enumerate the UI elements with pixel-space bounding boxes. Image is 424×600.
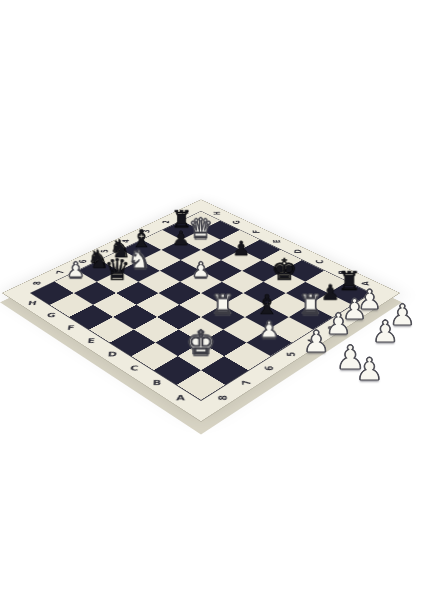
file-label: H [208, 207, 226, 220]
captured-white-pawn[interactable]: ♟ [358, 286, 382, 313]
captured-white-pawn[interactable]: ♟ [356, 354, 384, 385]
piece-wP-e4[interactable]: ♟ [184, 253, 217, 286]
product-photo-scene: ABCDEFGH ABCDEFGH 87654321 87654321 ♚♟♛♞… [0, 0, 424, 600]
file-label: D [287, 244, 308, 258]
piece-wP-a5[interactable]: ♟ [251, 312, 287, 348]
rank-label: 3 [132, 227, 160, 236]
piece-bQ-g6[interactable]: ♛ [101, 253, 134, 286]
piece-wR-a3[interactable]: ♜ [293, 287, 328, 322]
rank-label: 8 [20, 278, 52, 289]
piece-wK-b7[interactable]: ♚ [182, 325, 219, 362]
file-label: G [227, 216, 246, 229]
piece-bP-g3[interactable]: ♟ [165, 223, 197, 255]
rank-label: 7 [44, 267, 75, 277]
rank-label: 5 [89, 246, 119, 256]
captured-white-pawn[interactable]: ♟ [390, 301, 416, 330]
rank-label: 4 [111, 236, 140, 245]
rank-label: 2 [152, 218, 179, 227]
file-label: E [266, 234, 286, 248]
board-grid: ♚♟♛♞♟♜♞♞♝♟♝♜♟♟♚♟♛♜♜ [31, 212, 370, 400]
rank-label: 6 [67, 256, 97, 266]
piece-wR-c5[interactable]: ♜ [205, 287, 240, 322]
file-label: F [246, 225, 265, 239]
rank-label: 1 [171, 209, 198, 217]
file-label: C [308, 254, 330, 269]
